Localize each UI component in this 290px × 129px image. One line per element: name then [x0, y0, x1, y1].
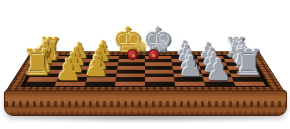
red-felt-base — [148, 49, 159, 60]
pieces-layer: ♜♞♝♝♞♜♟♟♟♟♟♟♟♟♚♛♜♞♝♝♞♜♟♟♟♟♟♟♟♟♚♛ — [0, 0, 290, 129]
piece-silver-pawn: ♟ — [178, 53, 203, 81]
piece-silver-pawn: ♟ — [205, 56, 232, 86]
piece-gold-pawn: ♟ — [55, 56, 82, 86]
chess-set-photo: ♜♞♝♝♞♜♟♟♟♟♟♟♟♟♚♛♜♞♝♝♞♜♟♟♟♟♟♟♟♟♚♛ — [0, 0, 290, 129]
piece-silver-rook: ♜ — [233, 45, 265, 81]
piece-gold-pawn: ♟ — [84, 53, 109, 81]
piece-gold-rook: ♜ — [21, 45, 53, 81]
